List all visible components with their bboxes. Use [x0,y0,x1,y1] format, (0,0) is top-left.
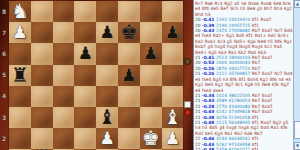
status-white-dot-icon [184,101,191,108]
analysis-entry: 22 -0.38 5358 81061021 Kf1 [195,147,293,150]
rank-label-8: 8 [2,9,9,15]
square-e4[interactable] [96,86,118,107]
square-h4[interactable] [162,86,184,107]
square-c1[interactable] [53,149,75,150]
square-b3[interactable] [31,107,53,128]
status-red-dot-icon [184,109,191,116]
chess-board[interactable]: ♞♟♟♚♟♟♟♜♟♝♝♟♚♟♜ [9,1,183,150]
square-f3[interactable] [118,107,140,128]
square-h5[interactable] [162,65,184,86]
square-c4[interactable] [53,86,75,107]
square-a5[interactable]: ♜ [9,65,31,86]
white-knight[interactable]: ♞ [11,1,29,22]
black-pawn[interactable]: ♟ [99,22,114,43]
square-d3[interactable] [74,107,96,128]
square-a8[interactable]: ♞ [9,1,31,22]
square-b4[interactable] [31,86,53,107]
square-e3[interactable]: ♝ [96,107,118,128]
black-pawn[interactable]: ♟ [165,22,180,43]
analysis-entry: 21 -0.26 2112 35769857 Rb7 Bxa7 Nc7 Bd4 … [195,71,293,93]
square-g2[interactable]: ♚ [140,128,162,149]
square-h2[interactable]: ♟ [162,128,184,149]
square-e2[interactable]: ♟ [96,128,118,149]
black-rook[interactable]: ♜ [33,147,51,150]
square-g8[interactable] [140,1,162,22]
rank-label-6: 6 [2,51,9,57]
square-a1[interactable] [9,149,31,150]
square-e8[interactable] [96,1,118,22]
black-bishop[interactable]: ♝ [98,107,116,128]
square-b7[interactable] [31,22,53,43]
square-a6[interactable] [9,43,31,64]
square-f2[interactable] [118,128,140,149]
square-b1[interactable]: ♜ [31,149,53,150]
rank-label-3: 3 [2,115,9,121]
square-a4[interactable] [9,86,31,107]
black-pawn[interactable]: ♟ [143,43,158,64]
white-pawn[interactable]: ♟ [99,128,114,149]
analysis-entry: 21 -0.48 2115 56348935 Kf1 Rxa7 Bg2 g5 h… [195,120,293,136]
square-b5[interactable] [31,65,53,86]
rank-label-2: 2 [2,136,9,142]
square-a2[interactable] [9,128,31,149]
black-pawn[interactable]: ♟ [121,65,136,86]
square-f4[interactable] [118,86,140,107]
square-g7[interactable] [140,22,162,43]
square-d5[interactable] [74,65,96,86]
scroll-thumb[interactable] [294,121,300,139]
analysis-log: Rc7 Ra8 Rc3 Rg2 a5 h6 Bxb6 Rxb8 Ke8 Bc6 … [195,1,293,150]
engine-indicator-ring-icon [184,58,191,65]
square-f8[interactable] [118,1,140,22]
square-d1[interactable] [74,149,96,150]
analysis-entry: Rc7 Ra8 Rc3 Rg2 a5 h6 Bxb6 Rxb8 Ke8 Bc6 … [195,1,293,17]
square-e1[interactable] [96,149,118,150]
square-e5[interactable] [96,65,118,86]
square-b8[interactable] [31,1,53,22]
white-king[interactable]: ♚ [142,128,160,149]
square-a3[interactable] [9,107,31,128]
square-e7[interactable]: ♟ [96,22,118,43]
square-g4[interactable] [140,86,162,107]
square-h6[interactable] [162,43,184,64]
square-d2[interactable] [74,128,96,149]
analysis-panel: Rc7 Ra8 Rc3 Rg2 a5 h6 Bxb6 Rxb8 Ke8 Bc6 … [193,0,300,150]
square-g6[interactable]: ♟ [140,43,162,64]
square-d7[interactable] [74,22,96,43]
square-h7[interactable]: ♟ [162,22,184,43]
square-c8[interactable] [53,1,75,22]
black-king[interactable]: ♚ [120,22,138,43]
scrollbar[interactable]: ▲ ▼ [293,0,300,150]
square-h1[interactable] [162,149,184,150]
rank-label-4: 4 [2,93,9,99]
square-c5[interactable] [53,65,75,86]
square-h8[interactable] [162,1,184,22]
black-pawn[interactable]: ♟ [78,43,93,64]
square-f1[interactable] [118,149,140,150]
square-b6[interactable] [31,43,53,64]
scroll-down-arrow-icon[interactable]: ▼ [294,142,300,150]
square-g3[interactable] [140,107,162,128]
square-c7[interactable] [53,22,75,43]
rank-label-5: 5 [2,72,9,78]
square-c3[interactable] [53,107,75,128]
square-c2[interactable] [53,128,75,149]
black-rook[interactable]: ♜ [11,65,29,86]
square-a7[interactable]: ♟ [9,22,31,43]
square-f6[interactable] [118,43,140,64]
white-pawn[interactable]: ♟ [165,128,180,149]
square-e6[interactable] [96,43,118,64]
square-d4[interactable] [74,86,96,107]
analysis-entry: 20 -0.43 2374 27058680 Rb7 Bxa7 Nc7 Bd4 … [195,28,293,55]
white-pawn[interactable]: ♟ [12,22,27,43]
square-h3[interactable]: ♝ [162,107,184,128]
square-f7[interactable]: ♚ [118,22,140,43]
rank-label-7: 7 [2,30,9,36]
square-g1[interactable] [140,149,162,150]
square-g5[interactable] [140,65,162,86]
chess-analysis-window: 8765432 ♞♟♟♚♟♟♟♜♟♝♝♟♚♟♜ Rc7 Ra8 Rc3 Rg2 … [0,0,300,150]
square-d8[interactable] [74,1,96,22]
square-d6[interactable]: ♟ [74,43,96,64]
square-c6[interactable] [53,43,75,64]
white-bishop[interactable]: ♝ [164,107,182,128]
scroll-up-arrow-icon[interactable]: ▲ [294,0,300,8]
square-f5[interactable]: ♟ [118,65,140,86]
